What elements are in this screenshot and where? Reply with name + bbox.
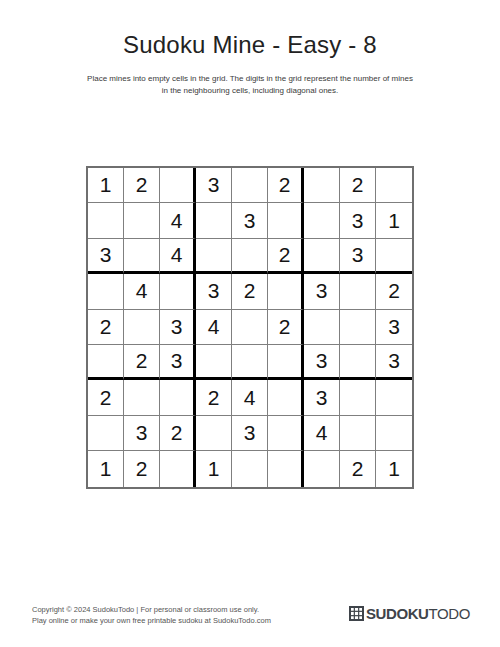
grid-cell-r3c5-empty[interactable] (232, 239, 268, 274)
grid-cell-r3c7-empty[interactable] (304, 239, 340, 274)
instructions-line2: in the neighbouring cells, including dia… (162, 86, 339, 95)
grid-cell-r4c6-empty[interactable] (268, 274, 304, 309)
grid-cell-r9c7-empty[interactable] (304, 451, 340, 486)
sudokutodo-logo: SUDOKUTODO (349, 604, 470, 622)
grid-cell-r5c6-clue: 2 (268, 310, 304, 345)
grid-cell-r5c5-empty[interactable] (232, 310, 268, 345)
grid-cell-r2c4-empty[interactable] (196, 203, 232, 238)
grid-cell-r2c7-empty[interactable] (304, 203, 340, 238)
grid-cell-r7c8-empty[interactable] (340, 380, 376, 415)
grid-cell-r6c1-empty[interactable] (88, 345, 124, 380)
grid-cell-r1c1-clue: 1 (88, 168, 124, 203)
grid-cell-r3c1-clue: 3 (88, 239, 124, 274)
grid-cell-r2c8-clue: 3 (340, 203, 376, 238)
grid-cell-r3c8-clue: 3 (340, 239, 376, 274)
grid-cell-r4c8-empty[interactable] (340, 274, 376, 309)
grid-cell-r5c1-clue: 2 (88, 310, 124, 345)
grid-cell-r3c9-empty[interactable] (376, 239, 412, 274)
grid-cell-r1c4-clue: 3 (196, 168, 232, 203)
grid-cell-r5c8-empty[interactable] (340, 310, 376, 345)
grid-cell-r7c4-clue: 2 (196, 380, 232, 415)
grid-cell-r7c6-empty[interactable] (268, 380, 304, 415)
grid-cell-r8c3-clue: 2 (160, 416, 196, 451)
grid-cell-r8c7-clue: 4 (304, 416, 340, 451)
grid-cell-r7c2-empty[interactable] (124, 380, 160, 415)
grid-cell-r5c2-empty[interactable] (124, 310, 160, 345)
grid-cell-r9c3-empty[interactable] (160, 451, 196, 486)
grid-cell-r3c4-empty[interactable] (196, 239, 232, 274)
grid-cell-r5c9-clue: 3 (376, 310, 412, 345)
grid-cell-r1c5-empty[interactable] (232, 168, 268, 203)
grid-cell-r4c4-clue: 3 (196, 274, 232, 309)
grid-cell-r2c2-empty[interactable] (124, 203, 160, 238)
grid-cell-r6c3-clue: 3 (160, 345, 196, 380)
grid-cell-r1c7-empty[interactable] (304, 168, 340, 203)
grid-cell-r7c7-clue: 3 (304, 380, 340, 415)
logo-text-todo: TODO (429, 605, 470, 622)
grid-cell-r8c4-empty[interactable] (196, 416, 232, 451)
grid-cell-r6c7-clue: 3 (304, 345, 340, 380)
grid-cell-r4c9-clue: 2 (376, 274, 412, 309)
grid-cell-r1c2-clue: 2 (124, 168, 160, 203)
grid-cell-r5c4-clue: 4 (196, 310, 232, 345)
grid-cell-r2c6-empty[interactable] (268, 203, 304, 238)
grid-cell-r1c3-empty[interactable] (160, 168, 196, 203)
grid-cell-r1c8-clue: 2 (340, 168, 376, 203)
grid-cell-r2c9-clue: 1 (376, 203, 412, 238)
grid-cell-r3c2-empty[interactable] (124, 239, 160, 274)
grid-cell-r2c1-empty[interactable] (88, 203, 124, 238)
grid-cell-r5c3-clue: 3 (160, 310, 196, 345)
grid-cell-r4c3-empty[interactable] (160, 274, 196, 309)
grid-cell-r8c8-empty[interactable] (340, 416, 376, 451)
grid-cell-r7c3-empty[interactable] (160, 380, 196, 415)
grid-cell-r6c2-clue: 2 (124, 345, 160, 380)
grid-cell-r3c3-clue: 4 (160, 239, 196, 274)
grid-cell-r9c1-clue: 1 (88, 451, 124, 486)
instructions-line1: Place mines into empty cells in the grid… (87, 74, 413, 83)
grid-cell-r8c2-clue: 3 (124, 416, 160, 451)
copyright-line2: Play online or make your own free printa… (32, 615, 271, 626)
grid-cell-r5c7-empty[interactable] (304, 310, 340, 345)
grid-cell-r2c5-clue: 3 (232, 203, 268, 238)
grid-cell-r9c9-clue: 1 (376, 451, 412, 486)
grid-cell-r3c6-clue: 2 (268, 239, 304, 274)
copyright-text: Copyright © 2024 SudokuTodo | For person… (32, 604, 271, 626)
sudoku-mine-board: 1232243313423432322342323332243323412121 (86, 166, 414, 489)
instructions: Place mines into empty cells in the grid… (0, 73, 500, 96)
grid-cell-r9c8-clue: 2 (340, 451, 376, 486)
grid-cell-r9c5-empty[interactable] (232, 451, 268, 486)
page-title: Sudoku Mine - Easy - 8 (0, 31, 500, 59)
grid-cell-r8c6-empty[interactable] (268, 416, 304, 451)
grid-cell-r1c9-empty[interactable] (376, 168, 412, 203)
grid-cell-r9c2-clue: 2 (124, 451, 160, 486)
puzzle-page: Sudoku Mine - Easy - 8 Place mines into … (0, 0, 500, 647)
grid-cell-r6c6-empty[interactable] (268, 345, 304, 380)
grid-cell-r8c1-empty[interactable] (88, 416, 124, 451)
grid-cell-r4c2-clue: 4 (124, 274, 160, 309)
grid-cell-r8c9-empty[interactable] (376, 416, 412, 451)
grid-cell-r7c5-clue: 4 (232, 380, 268, 415)
grid-cell-r7c1-clue: 2 (88, 380, 124, 415)
grid-cell-r9c4-clue: 1 (196, 451, 232, 486)
grid-cell-r6c4-empty[interactable] (196, 345, 232, 380)
grid-cell-r4c1-empty[interactable] (88, 274, 124, 309)
grid-cell-r6c9-clue: 3 (376, 345, 412, 380)
grid-cell-r2c3-clue: 4 (160, 203, 196, 238)
sudoku-grid-icon (349, 606, 364, 621)
grid-cell-r8c5-clue: 3 (232, 416, 268, 451)
grid-cell-r4c7-clue: 3 (304, 274, 340, 309)
grid-cell-r4c5-clue: 2 (232, 274, 268, 309)
copyright-line1: Copyright © 2024 SudokuTodo | For person… (32, 604, 271, 615)
grid-cell-r9c6-empty[interactable] (268, 451, 304, 486)
logo-text: SUDOKUTODO (366, 605, 470, 622)
logo-text-sudoku: SUDOKU (366, 605, 429, 622)
grid-cell-r1c6-clue: 2 (268, 168, 304, 203)
grid-cell-r6c5-empty[interactable] (232, 345, 268, 380)
grid-cell-r7c9-empty[interactable] (376, 380, 412, 415)
grid-cell-r6c8-empty[interactable] (340, 345, 376, 380)
